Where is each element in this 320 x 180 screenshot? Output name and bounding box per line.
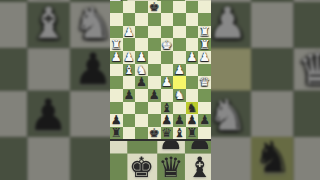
- square-g3: ♝: [26, 2, 71, 47]
- square-f5[interactable]: [135, 89, 148, 102]
- square-top-0-6[interactable]: [186, 1, 199, 14]
- square-e7[interactable]: [148, 114, 161, 127]
- square-g1[interactable]: [123, 38, 136, 51]
- black-pawn-piece[interactable]: ♟: [199, 114, 210, 126]
- square-g7[interactable]: [123, 114, 136, 127]
- square-e4[interactable]: [148, 76, 161, 89]
- square-a4: ♛: [295, 47, 320, 92]
- square-top-2-4[interactable]: [161, 26, 174, 39]
- square-a4[interactable]: ♛: [198, 76, 211, 89]
- white-bishop-piece: ♝: [29, 3, 68, 46]
- square-d6[interactable]: ♝: [161, 102, 174, 115]
- square-top-2-1[interactable]: ♟: [123, 26, 136, 39]
- square-b8[interactable]: ♜: [186, 127, 199, 140]
- square-b7[interactable]: ♟: [186, 114, 199, 127]
- square-c8: ♝: [185, 154, 211, 180]
- square-a7[interactable]: ♟: [198, 114, 211, 127]
- square-c3[interactable]: ♟: [173, 64, 186, 77]
- square-a1[interactable]: ♜: [198, 38, 211, 51]
- square-b5[interactable]: [186, 89, 199, 102]
- square-top-1-3[interactable]: [148, 13, 161, 26]
- square-d3[interactable]: [161, 64, 174, 77]
- white-pawn-piece: ♟: [0, 0, 23, 1]
- square-g6: [26, 136, 71, 180]
- square-g3[interactable]: ♝: [123, 64, 136, 77]
- square-g5[interactable]: ♟: [123, 89, 136, 102]
- square-f1[interactable]: [135, 38, 148, 51]
- square-c1[interactable]: [173, 38, 186, 51]
- square-top-0-4[interactable]: [161, 1, 174, 14]
- square-c5: ♞: [205, 92, 250, 137]
- square-d8[interactable]: ♛: [161, 127, 174, 140]
- square-a3: [295, 2, 320, 47]
- square-c7[interactable]: ♟: [173, 114, 186, 127]
- square-h6[interactable]: [110, 102, 123, 115]
- square-e8: ♚: [127, 154, 156, 180]
- white-rook-piece[interactable]: ♜: [199, 39, 210, 51]
- square-top-2-7[interactable]: ♜: [198, 26, 211, 39]
- white-pawn-piece[interactable]: ♟: [123, 26, 134, 38]
- square-g4: [26, 47, 71, 92]
- square-g5: ♟: [26, 92, 71, 137]
- board-bottom-edge: [110, 139, 211, 141]
- square-e5[interactable]: ♟: [148, 89, 161, 102]
- square-d7[interactable]: ♟: [161, 114, 174, 127]
- square-f3: ♞: [71, 2, 116, 47]
- square-f8: [110, 154, 127, 180]
- square-d5[interactable]: [161, 89, 174, 102]
- white-knight-piece: ♞: [208, 92, 247, 135]
- square-b5: [250, 92, 295, 137]
- square-top-0-0[interactable]: [110, 1, 123, 14]
- square-c2[interactable]: [173, 51, 186, 64]
- square-d1[interactable]: ♚: [161, 38, 174, 51]
- board-grid: ♚♟♜♜♚♜♟♟♟♟♟♝♞♟♟♟♛♟♟♞♝♞♟♟♟♟♟♜♚♛♝♜: [110, 1, 211, 140]
- white-pawn-piece[interactable]: ♟: [174, 64, 185, 76]
- white-pawn-piece: ♟: [208, 3, 247, 46]
- black-pawn-piece[interactable]: ♟: [174, 114, 185, 126]
- board-wrap: ♚♟♜♜♚♜♟♟♟♟♟♝♞♟♟♟♛♟♟♞♝♞♟♟♟♟♟♜♚♛♝♜: [110, 1, 211, 142]
- black-pawn-piece[interactable]: ♟: [149, 89, 160, 101]
- square-top-1-1[interactable]: [123, 13, 136, 26]
- square-f2[interactable]: ♟: [135, 51, 148, 64]
- black-king-piece[interactable]: ♚: [149, 1, 160, 13]
- black-king-piece[interactable]: ♚: [149, 127, 160, 139]
- white-pawn-piece: ♟: [253, 0, 292, 1]
- square-top-2-2[interactable]: [135, 26, 148, 39]
- square-c4: [205, 47, 250, 92]
- square-f6: [71, 136, 116, 180]
- square-b3: [250, 2, 295, 47]
- black-pawn-piece[interactable]: ♟: [123, 89, 134, 101]
- chess-board[interactable]: ♚♟♜♜♚♜♟♟♟♟♟♝♞♟♟♟♛♟♟♞♝♞♟♟♟♟♟♜♚♛♝♜: [110, 1, 211, 142]
- square-a8[interactable]: [198, 127, 211, 140]
- black-pawn-piece[interactable]: ♟: [111, 114, 122, 126]
- black-knight-piece[interactable]: ♞: [187, 102, 198, 114]
- black-pawn-piece[interactable]: ♟: [187, 114, 198, 126]
- black-knight-piece: ♞: [253, 137, 292, 180]
- square-top-1-7[interactable]: [198, 13, 211, 26]
- square-e6[interactable]: [148, 102, 161, 115]
- square-f6[interactable]: [135, 102, 148, 115]
- square-top-2-3[interactable]: [148, 26, 161, 39]
- square-b4: [250, 47, 295, 92]
- square-a5: [295, 92, 320, 137]
- square-f4[interactable]: ♟: [135, 76, 148, 89]
- square-b3[interactable]: [186, 64, 199, 77]
- square-c6[interactable]: [173, 102, 186, 115]
- black-pawn-piece: ♟: [29, 92, 68, 135]
- square-d8: ♛: [156, 154, 185, 180]
- black-rook-piece[interactable]: ♜: [111, 127, 122, 139]
- square-h7[interactable]: ♟: [110, 114, 123, 127]
- square-top-1-4[interactable]: [161, 13, 174, 26]
- square-h8[interactable]: ♜: [110, 127, 123, 140]
- white-pawn-piece[interactable]: ♟: [187, 51, 198, 63]
- white-pawn-piece: ♟: [298, 0, 320, 1]
- black-queen-piece: ♛: [158, 154, 183, 180]
- white-bishop-piece[interactable]: ♝: [123, 64, 134, 76]
- square-h4[interactable]: [110, 76, 123, 89]
- white-pawn-piece[interactable]: ♟: [123, 51, 134, 63]
- white-queen-piece: ♛: [298, 48, 320, 91]
- square-f5: [71, 92, 116, 137]
- square-a5[interactable]: [198, 89, 211, 102]
- square-c8[interactable]: ♝: [173, 127, 186, 140]
- square-h3: [0, 2, 26, 47]
- square-h5: [0, 92, 26, 137]
- square-g8[interactable]: [123, 127, 136, 140]
- white-pawn-piece[interactable]: ♟: [161, 76, 172, 88]
- square-c3: ♟: [205, 2, 250, 47]
- square-b6: ♞: [250, 136, 295, 180]
- square-h6: [0, 136, 26, 180]
- square-top-1-5[interactable]: [173, 13, 186, 26]
- square-f7[interactable]: [135, 114, 148, 127]
- black-pawn-piece: ♟: [74, 48, 113, 91]
- square-c6: [205, 136, 250, 180]
- square-top-0-1[interactable]: [123, 1, 136, 14]
- square-b1[interactable]: [186, 38, 199, 51]
- square-f8[interactable]: [135, 127, 148, 140]
- white-rook-piece[interactable]: ♜: [111, 39, 122, 51]
- black-rook-piece[interactable]: ♜: [187, 127, 198, 139]
- square-f4: ♟: [71, 47, 116, 92]
- square-top-1-6[interactable]: [186, 13, 199, 26]
- video-strip: ♚♟♜♜♚♜♟♟♟♟♟♝♞♟♟♟♛♟♟♞♝♞♟♟♟♟♟♜♚♛♝♜ ♚♟♜♜♚♜♟…: [110, 0, 211, 180]
- square-g2[interactable]: ♟: [123, 51, 136, 64]
- square-h4: [0, 47, 26, 92]
- white-queen-piece[interactable]: ♛: [199, 76, 210, 88]
- white-pawn-piece[interactable]: ♟: [136, 51, 147, 63]
- square-top-0-5[interactable]: [173, 1, 186, 14]
- white-knight-piece[interactable]: ♞: [136, 64, 147, 76]
- square-top-0-2[interactable]: [135, 1, 148, 14]
- black-bishop-piece[interactable]: ♝: [174, 127, 185, 139]
- square-h5[interactable]: [110, 89, 123, 102]
- square-a6[interactable]: [198, 102, 211, 115]
- square-h1[interactable]: ♜: [110, 38, 123, 51]
- black-king-piece: ♚: [129, 154, 154, 180]
- square-d2[interactable]: [161, 51, 174, 64]
- white-knight-piece[interactable]: ♞: [174, 89, 185, 101]
- square-e1[interactable]: [148, 38, 161, 51]
- white-rook-piece[interactable]: ♜: [199, 26, 210, 38]
- white-knight-piece: ♞: [74, 3, 113, 46]
- white-pawn-piece[interactable]: ♟: [199, 51, 210, 63]
- square-c4[interactable]: [173, 76, 186, 89]
- square-g4[interactable]: [123, 76, 136, 89]
- square-c5[interactable]: ♞: [173, 89, 186, 102]
- video-frame: ♚♟♜♜♚♜♟♟♟♟♟♝♞♟♟♟♛♟♟♞♝♞♟♟♟♟♟♜♚♛♝♜ ♚♟♜♜♚♜♟…: [0, 0, 320, 180]
- square-d4[interactable]: ♟: [161, 76, 174, 89]
- white-king-piece[interactable]: ♚: [161, 39, 172, 51]
- white-pawn-piece[interactable]: ♟: [111, 51, 122, 63]
- square-b2[interactable]: ♟: [186, 51, 199, 64]
- square-e3[interactable]: [148, 64, 161, 77]
- square-e2[interactable]: [148, 51, 161, 64]
- square-top-1-0[interactable]: [110, 13, 123, 26]
- black-bishop-piece: ♝: [187, 154, 211, 180]
- square-h3[interactable]: [110, 64, 123, 77]
- black-pawn-piece[interactable]: ♟: [161, 114, 172, 126]
- square-b6[interactable]: ♞: [186, 102, 199, 115]
- black-bishop-piece[interactable]: ♝: [161, 102, 172, 114]
- square-top-1-2[interactable]: [135, 13, 148, 26]
- black-queen-piece[interactable]: ♛: [161, 127, 172, 139]
- square-f3[interactable]: ♞: [135, 64, 148, 77]
- square-e8[interactable]: ♚: [148, 127, 161, 140]
- black-pawn-piece[interactable]: ♟: [136, 76, 147, 88]
- square-a6: [295, 136, 320, 180]
- square-a3[interactable]: [198, 64, 211, 77]
- square-top-2-5[interactable]: [173, 26, 186, 39]
- square-h2[interactable]: ♟: [110, 51, 123, 64]
- square-g6[interactable]: [123, 102, 136, 115]
- square-top-2-6[interactable]: [186, 26, 199, 39]
- square-top-2-0[interactable]: [110, 26, 123, 39]
- square-top-0-3[interactable]: ♚: [148, 1, 161, 14]
- square-b4[interactable]: [186, 76, 199, 89]
- square-top-0-7[interactable]: [198, 1, 211, 14]
- square-a2[interactable]: ♟: [198, 51, 211, 64]
